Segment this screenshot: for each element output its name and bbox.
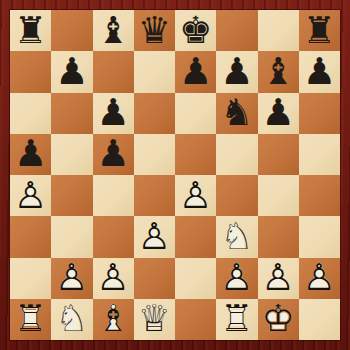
- square-g3[interactable]: [258, 216, 299, 257]
- square-c6[interactable]: ♟: [93, 93, 134, 134]
- square-h7[interactable]: ♟: [299, 51, 340, 92]
- square-e5[interactable]: [175, 134, 216, 175]
- square-a4[interactable]: ♟♙: [10, 175, 51, 216]
- square-e7[interactable]: ♟: [175, 51, 216, 92]
- square-g7[interactable]: ♝: [258, 51, 299, 92]
- square-f6[interactable]: ♞: [216, 93, 257, 134]
- piece-glyph: ♟: [179, 53, 212, 90]
- piece-glyph-outline: ♖: [14, 300, 47, 337]
- square-a3[interactable]: [10, 216, 51, 257]
- square-d4[interactable]: [134, 175, 175, 216]
- square-b8[interactable]: [51, 10, 92, 51]
- piece-glyph-outline: ♙: [220, 259, 253, 296]
- square-e6[interactable]: [175, 93, 216, 134]
- piece-black-pawn[interactable]: ♟: [299, 51, 340, 92]
- square-c2[interactable]: ♟♙: [93, 258, 134, 299]
- piece-glyph: ♜: [303, 11, 336, 48]
- square-b4[interactable]: [51, 175, 92, 216]
- square-d5[interactable]: [134, 134, 175, 175]
- piece-white-pawn[interactable]: ♟♙: [258, 258, 299, 299]
- piece-glyph: ♟: [14, 135, 47, 172]
- square-d7[interactable]: [134, 51, 175, 92]
- square-h3[interactable]: [299, 216, 340, 257]
- square-d6[interactable]: [134, 93, 175, 134]
- square-f8[interactable]: [216, 10, 257, 51]
- square-g8[interactable]: [258, 10, 299, 51]
- piece-white-rook[interactable]: ♜♖: [216, 299, 257, 340]
- square-g4[interactable]: [258, 175, 299, 216]
- piece-glyph: ♝: [262, 53, 295, 90]
- square-a2[interactable]: [10, 258, 51, 299]
- square-b1[interactable]: ♞♘: [51, 299, 92, 340]
- square-e8[interactable]: ♚: [175, 10, 216, 51]
- piece-black-rook[interactable]: ♜: [299, 10, 340, 51]
- square-f3[interactable]: ♞♘: [216, 216, 257, 257]
- square-b2[interactable]: ♟♙: [51, 258, 92, 299]
- piece-black-rook[interactable]: ♜: [10, 10, 51, 51]
- piece-glyph-outline: ♙: [14, 176, 47, 213]
- piece-glyph-outline: ♙: [55, 259, 88, 296]
- square-e2[interactable]: [175, 258, 216, 299]
- piece-black-pawn[interactable]: ♟: [51, 51, 92, 92]
- piece-white-king[interactable]: ♚♔: [258, 299, 299, 340]
- piece-black-bishop[interactable]: ♝: [258, 51, 299, 92]
- piece-black-pawn[interactable]: ♟: [216, 51, 257, 92]
- square-c7[interactable]: [93, 51, 134, 92]
- piece-glyph: ♞: [220, 94, 253, 131]
- piece-glyph: ♛: [138, 11, 171, 48]
- piece-white-knight[interactable]: ♞♘: [51, 299, 92, 340]
- square-a8[interactable]: ♜: [10, 10, 51, 51]
- piece-black-pawn[interactable]: ♟: [93, 93, 134, 134]
- piece-black-pawn[interactable]: ♟: [10, 134, 51, 175]
- piece-glyph-outline: ♘: [220, 218, 253, 255]
- square-a7[interactable]: [10, 51, 51, 92]
- piece-glyph-outline: ♙: [138, 218, 171, 255]
- piece-glyph-outline: ♙: [97, 259, 130, 296]
- piece-white-knight[interactable]: ♞♘: [216, 216, 257, 257]
- piece-glyph: ♟: [97, 94, 130, 131]
- piece-white-pawn[interactable]: ♟♙: [51, 258, 92, 299]
- square-e3[interactable]: [175, 216, 216, 257]
- square-a1[interactable]: ♜♖: [10, 299, 51, 340]
- square-h2[interactable]: ♟♙: [299, 258, 340, 299]
- square-c5[interactable]: ♟: [93, 134, 134, 175]
- square-h8[interactable]: ♜: [299, 10, 340, 51]
- piece-black-pawn[interactable]: ♟: [175, 51, 216, 92]
- square-f4[interactable]: [216, 175, 257, 216]
- square-g1[interactable]: ♚♔: [258, 299, 299, 340]
- piece-glyph: ♚: [179, 11, 212, 48]
- square-b6[interactable]: [51, 93, 92, 134]
- square-c8[interactable]: ♝: [93, 10, 134, 51]
- piece-glyph-outline: ♙: [179, 176, 212, 213]
- square-f5[interactable]: [216, 134, 257, 175]
- square-a6[interactable]: [10, 93, 51, 134]
- piece-white-pawn[interactable]: ♟♙: [134, 216, 175, 257]
- square-d1[interactable]: ♛♕: [134, 299, 175, 340]
- square-h4[interactable]: [299, 175, 340, 216]
- piece-white-pawn[interactable]: ♟♙: [175, 175, 216, 216]
- piece-black-queen[interactable]: ♛: [134, 10, 175, 51]
- piece-glyph: ♟: [220, 53, 253, 90]
- piece-black-pawn[interactable]: ♟: [93, 134, 134, 175]
- piece-glyph-outline: ♕: [138, 300, 171, 337]
- piece-glyph-outline: ♖: [220, 300, 253, 337]
- square-f2[interactable]: ♟♙: [216, 258, 257, 299]
- square-e1[interactable]: [175, 299, 216, 340]
- piece-glyph-outline: ♔: [262, 300, 295, 337]
- piece-white-queen[interactable]: ♛♕: [134, 299, 175, 340]
- square-h5[interactable]: [299, 134, 340, 175]
- piece-glyph: ♜: [14, 11, 47, 48]
- square-g2[interactable]: ♟♙: [258, 258, 299, 299]
- piece-black-king[interactable]: ♚: [175, 10, 216, 51]
- square-b7[interactable]: ♟: [51, 51, 92, 92]
- piece-black-knight[interactable]: ♞: [216, 93, 257, 134]
- square-c4[interactable]: [93, 175, 134, 216]
- piece-white-pawn[interactable]: ♟♙: [216, 258, 257, 299]
- piece-glyph-outline: ♘: [55, 300, 88, 337]
- piece-glyph: ♟: [55, 53, 88, 90]
- square-c3[interactable]: [93, 216, 134, 257]
- square-f1[interactable]: ♜♖: [216, 299, 257, 340]
- piece-white-bishop[interactable]: ♝♗: [93, 299, 134, 340]
- square-h1[interactable]: [299, 299, 340, 340]
- square-a5[interactable]: ♟: [10, 134, 51, 175]
- piece-white-rook[interactable]: ♜♖: [10, 299, 51, 340]
- piece-glyph: ♝: [97, 11, 130, 48]
- square-d8[interactable]: ♛: [134, 10, 175, 51]
- piece-glyph-outline: ♗: [97, 300, 130, 337]
- piece-glyph: ♟: [303, 53, 336, 90]
- square-e4[interactable]: ♟♙: [175, 175, 216, 216]
- piece-black-pawn[interactable]: ♟: [258, 93, 299, 134]
- piece-white-pawn[interactable]: ♟♙: [10, 175, 51, 216]
- board-frame: ♜♝♛♚♜♟♟♟♝♟♟♞♟♟♟♟♙♟♙♟♙♞♘♟♙♟♙♟♙♟♙♟♙♜♖♞♘♝♗♛…: [0, 0, 350, 350]
- piece-glyph-outline: ♙: [303, 259, 336, 296]
- piece-white-pawn[interactable]: ♟♙: [93, 258, 134, 299]
- piece-glyph: ♟: [97, 135, 130, 172]
- square-d2[interactable]: [134, 258, 175, 299]
- piece-glyph-outline: ♙: [262, 259, 295, 296]
- square-c1[interactable]: ♝♗: [93, 299, 134, 340]
- square-b5[interactable]: [51, 134, 92, 175]
- square-d3[interactable]: ♟♙: [134, 216, 175, 257]
- square-g6[interactable]: ♟: [258, 93, 299, 134]
- square-b3[interactable]: [51, 216, 92, 257]
- square-f7[interactable]: ♟: [216, 51, 257, 92]
- piece-glyph: ♟: [262, 94, 295, 131]
- piece-white-pawn[interactable]: ♟♙: [299, 258, 340, 299]
- piece-black-bishop[interactable]: ♝: [93, 10, 134, 51]
- square-g5[interactable]: [258, 134, 299, 175]
- square-h6[interactable]: [299, 93, 340, 134]
- chess-board: ♜♝♛♚♜♟♟♟♝♟♟♞♟♟♟♟♙♟♙♟♙♞♘♟♙♟♙♟♙♟♙♟♙♜♖♞♘♝♗♛…: [10, 10, 340, 340]
